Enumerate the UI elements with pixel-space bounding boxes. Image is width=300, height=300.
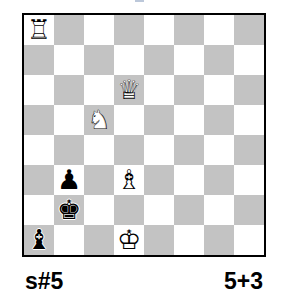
square-e7 bbox=[144, 45, 174, 75]
square-a6 bbox=[24, 75, 54, 105]
piece-outline-glyph: ♘ bbox=[84, 105, 114, 135]
piece-outline-glyph: ♗ bbox=[114, 165, 144, 195]
square-d5 bbox=[114, 105, 144, 135]
square-b5 bbox=[54, 105, 84, 135]
square-h8 bbox=[234, 15, 264, 45]
square-b7 bbox=[54, 45, 84, 75]
black-king-icon: ♚ bbox=[54, 195, 84, 225]
square-b4 bbox=[54, 135, 84, 165]
square-d2 bbox=[114, 195, 144, 225]
square-d8 bbox=[114, 15, 144, 45]
square-h2 bbox=[234, 195, 264, 225]
square-h6 bbox=[234, 75, 264, 105]
square-d7 bbox=[114, 45, 144, 75]
square-c4 bbox=[84, 135, 114, 165]
square-f6 bbox=[174, 75, 204, 105]
square-e2 bbox=[144, 195, 174, 225]
white-king-icon: ♚♔ bbox=[114, 225, 144, 255]
square-g7 bbox=[204, 45, 234, 75]
square-e5 bbox=[144, 105, 174, 135]
square-a2 bbox=[24, 195, 54, 225]
white-rook-icon: ♜♖ bbox=[24, 15, 54, 45]
square-a8: ♜♖ bbox=[24, 15, 54, 45]
square-h1 bbox=[234, 225, 264, 255]
square-h4 bbox=[234, 135, 264, 165]
white-queen-icon: ♛♕ bbox=[114, 75, 144, 105]
square-a7 bbox=[24, 45, 54, 75]
square-g2 bbox=[204, 195, 234, 225]
piece-count-label: 5+3 bbox=[224, 268, 263, 294]
square-f3 bbox=[174, 165, 204, 195]
square-g6 bbox=[204, 75, 234, 105]
piece-glyph: ♟ bbox=[54, 165, 84, 195]
white-bishop-icon: ♝♗ bbox=[114, 165, 144, 195]
square-g4 bbox=[204, 135, 234, 165]
square-g1 bbox=[204, 225, 234, 255]
stipulation-label: s#5 bbox=[25, 268, 63, 294]
square-g8 bbox=[204, 15, 234, 45]
black-pawn-icon: ♟ bbox=[54, 165, 84, 195]
page: ♜♖♛♕♞♘♟♝♗♚♝♚♔ s#5 5+3 bbox=[0, 0, 300, 300]
square-c7 bbox=[84, 45, 114, 75]
square-a3 bbox=[24, 165, 54, 195]
square-d3: ♝♗ bbox=[114, 165, 144, 195]
square-b6 bbox=[54, 75, 84, 105]
piece-glyph: ♝ bbox=[24, 225, 54, 255]
square-f5 bbox=[174, 105, 204, 135]
caption-row: s#5 5+3 bbox=[22, 268, 266, 294]
square-c1 bbox=[84, 225, 114, 255]
square-b1 bbox=[54, 225, 84, 255]
square-e3 bbox=[144, 165, 174, 195]
chess-board: ♜♖♛♕♞♘♟♝♗♚♝♚♔ bbox=[22, 13, 266, 257]
square-e6 bbox=[144, 75, 174, 105]
square-g3 bbox=[204, 165, 234, 195]
piece-outline-glyph: ♖ bbox=[24, 15, 54, 45]
square-b8 bbox=[54, 15, 84, 45]
square-b3: ♟ bbox=[54, 165, 84, 195]
piece-outline-glyph: ♔ bbox=[114, 225, 144, 255]
square-b2: ♚ bbox=[54, 195, 84, 225]
square-f7 bbox=[174, 45, 204, 75]
square-a1: ♝ bbox=[24, 225, 54, 255]
square-f8 bbox=[174, 15, 204, 45]
square-e1 bbox=[144, 225, 174, 255]
square-h5 bbox=[234, 105, 264, 135]
piece-glyph: ♚ bbox=[54, 195, 84, 225]
square-c8 bbox=[84, 15, 114, 45]
square-e8 bbox=[144, 15, 174, 45]
square-h3 bbox=[234, 165, 264, 195]
square-a4 bbox=[24, 135, 54, 165]
square-f1 bbox=[174, 225, 204, 255]
square-c3 bbox=[84, 165, 114, 195]
piece-outline-glyph: ♕ bbox=[114, 75, 144, 105]
square-d4 bbox=[114, 135, 144, 165]
square-h7 bbox=[234, 45, 264, 75]
square-d6: ♛♕ bbox=[114, 75, 144, 105]
square-g5 bbox=[204, 105, 234, 135]
black-bishop-icon: ♝ bbox=[24, 225, 54, 255]
square-f4 bbox=[174, 135, 204, 165]
square-f2 bbox=[174, 195, 204, 225]
top-edge-artifact bbox=[135, 0, 144, 2]
square-c6 bbox=[84, 75, 114, 105]
square-c2 bbox=[84, 195, 114, 225]
white-knight-icon: ♞♘ bbox=[84, 105, 114, 135]
square-d1: ♚♔ bbox=[114, 225, 144, 255]
square-c5: ♞♘ bbox=[84, 105, 114, 135]
square-a5 bbox=[24, 105, 54, 135]
square-e4 bbox=[144, 135, 174, 165]
